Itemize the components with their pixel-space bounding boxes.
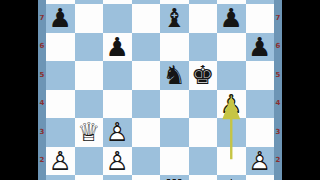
square-e4[interactable] xyxy=(160,90,189,119)
square-g3[interactable] xyxy=(217,118,246,147)
piece-black-pawn: ♟ xyxy=(217,4,246,33)
square-c3[interactable]: ♟♙ xyxy=(103,118,132,147)
square-e7[interactable]: ♝ xyxy=(160,4,189,33)
chess-board-frame: 765432 765432 ♜♜♟♝♟♟♟♞♚♟♙♛♕♟♙♟♙♟♙♟♙♜♖♚♔ xyxy=(38,0,282,180)
square-b1[interactable] xyxy=(75,175,104,180)
rank-label-6: 6 xyxy=(274,42,282,51)
square-b2[interactable] xyxy=(75,147,104,176)
piece-black-pawn: ♟ xyxy=(46,4,75,33)
square-a6[interactable] xyxy=(46,33,75,62)
square-h2[interactable]: ♟♙ xyxy=(246,147,275,176)
piece-black-pawn: ♟ xyxy=(103,33,132,62)
square-g2[interactable] xyxy=(217,147,246,176)
square-c2[interactable]: ♟♙ xyxy=(103,147,132,176)
square-b4[interactable] xyxy=(75,90,104,119)
rank-label-7: 7 xyxy=(274,14,282,23)
square-d5[interactable] xyxy=(132,61,161,90)
square-c7[interactable] xyxy=(103,4,132,33)
square-g4[interactable]: ♟♙ xyxy=(217,90,246,119)
square-d1[interactable] xyxy=(132,175,161,180)
rank-label-4: 4 xyxy=(274,99,282,108)
square-g7[interactable]: ♟ xyxy=(217,4,246,33)
square-f4[interactable] xyxy=(189,90,218,119)
rank-label-7: 7 xyxy=(38,14,46,23)
square-h5[interactable] xyxy=(246,61,275,90)
square-d2[interactable] xyxy=(132,147,161,176)
piece-white-pawn: ♟♙ xyxy=(46,147,75,176)
piece-white-pawn: ♟♙ xyxy=(103,147,132,176)
piece-black-king: ♚ xyxy=(189,61,218,90)
square-c5[interactable] xyxy=(103,61,132,90)
square-d4[interactable] xyxy=(132,90,161,119)
square-e5[interactable]: ♞ xyxy=(160,61,189,90)
square-e1[interactable]: ♜♖ xyxy=(160,175,189,180)
square-d7[interactable] xyxy=(132,4,161,33)
rank-label-5: 5 xyxy=(274,71,282,80)
square-f1[interactable] xyxy=(189,175,218,180)
square-b6[interactable] xyxy=(75,33,104,62)
square-c4[interactable] xyxy=(103,90,132,119)
square-c1[interactable] xyxy=(103,175,132,180)
chess-board: ♜♜♟♝♟♟♟♞♚♟♙♛♕♟♙♟♙♟♙♟♙♜♖♚♔ xyxy=(46,0,274,180)
square-a3[interactable] xyxy=(46,118,75,147)
piece-white-queen: ♛♕ xyxy=(75,118,104,147)
square-h4[interactable] xyxy=(246,90,275,119)
left-rank-label-strip: 765432 xyxy=(38,0,46,180)
piece-white-pawn: ♟♙ xyxy=(217,90,246,119)
piece-white-king: ♚♔ xyxy=(217,175,246,180)
square-c6[interactable]: ♟ xyxy=(103,33,132,62)
square-h7[interactable] xyxy=(246,4,275,33)
rank-label-2: 2 xyxy=(274,156,282,165)
piece-black-pawn: ♟ xyxy=(246,33,275,62)
square-a5[interactable] xyxy=(46,61,75,90)
square-h6[interactable]: ♟ xyxy=(246,33,275,62)
rank-label-2: 2 xyxy=(38,156,46,165)
square-e6[interactable] xyxy=(160,33,189,62)
square-a7[interactable]: ♟ xyxy=(46,4,75,33)
square-a1[interactable] xyxy=(46,175,75,180)
piece-black-bishop: ♝ xyxy=(160,4,189,33)
square-e2[interactable] xyxy=(160,147,189,176)
square-h3[interactable] xyxy=(246,118,275,147)
square-b7[interactable] xyxy=(75,4,104,33)
square-g6[interactable] xyxy=(217,33,246,62)
square-a4[interactable] xyxy=(46,90,75,119)
rank-label-5: 5 xyxy=(38,71,46,80)
right-rank-label-strip: 765432 xyxy=(274,0,282,180)
square-f2[interactable] xyxy=(189,147,218,176)
square-f7[interactable] xyxy=(189,4,218,33)
square-a2[interactable]: ♟♙ xyxy=(46,147,75,176)
square-b5[interactable] xyxy=(75,61,104,90)
piece-black-knight: ♞ xyxy=(160,61,189,90)
square-f3[interactable] xyxy=(189,118,218,147)
square-b3[interactable]: ♛♕ xyxy=(75,118,104,147)
rank-label-4: 4 xyxy=(38,99,46,108)
square-g1[interactable]: ♚♔ xyxy=(217,175,246,180)
piece-white-pawn: ♟♙ xyxy=(103,118,132,147)
square-g5[interactable] xyxy=(217,61,246,90)
rank-label-6: 6 xyxy=(38,42,46,51)
rank-label-3: 3 xyxy=(38,128,46,137)
rank-label-3: 3 xyxy=(274,128,282,137)
square-d6[interactable] xyxy=(132,33,161,62)
square-f5[interactable]: ♚ xyxy=(189,61,218,90)
piece-white-rook: ♜♖ xyxy=(160,175,189,180)
square-e3[interactable] xyxy=(160,118,189,147)
square-d3[interactable] xyxy=(132,118,161,147)
piece-white-pawn: ♟♙ xyxy=(246,147,275,176)
square-f6[interactable] xyxy=(189,33,218,62)
square-h1[interactable] xyxy=(246,175,275,180)
